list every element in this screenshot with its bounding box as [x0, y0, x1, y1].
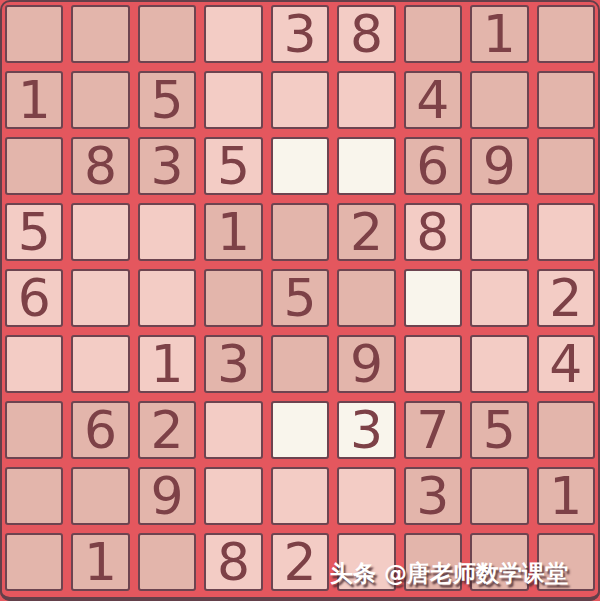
sudoku-cell-r4c9[interactable]: [537, 203, 595, 261]
sudoku-cell-r7c2[interactable]: 6: [71, 401, 129, 459]
sudoku-cell-r3c5[interactable]: [271, 137, 329, 195]
sudoku-cell-r7c7[interactable]: 7: [404, 401, 462, 459]
sudoku-cell-r3c9[interactable]: [537, 137, 595, 195]
sudoku-cell-r3c1[interactable]: [5, 137, 63, 195]
sudoku-cell-r8c9[interactable]: 1: [537, 467, 595, 525]
sudoku-cell-r4c1[interactable]: 5: [5, 203, 63, 261]
sudoku-cell-r6c6[interactable]: 9: [337, 335, 395, 393]
sudoku-cell-r3c2[interactable]: 8: [71, 137, 129, 195]
sudoku-cell-r5c1[interactable]: 6: [5, 269, 63, 327]
sudoku-cell-r9c5[interactable]: 2: [271, 533, 329, 591]
sudoku-cell-r4c7[interactable]: 8: [404, 203, 462, 261]
sudoku-cell-r2c8[interactable]: [470, 71, 528, 129]
sudoku-cell-r7c6[interactable]: 3: [337, 401, 395, 459]
sudoku-cell-r2c5[interactable]: [271, 71, 329, 129]
sudoku-cell-r9c4[interactable]: 8: [204, 533, 262, 591]
sudoku-cell-r5c4[interactable]: [204, 269, 262, 327]
sudoku-cell-r1c9[interactable]: [537, 5, 595, 63]
sudoku-cell-r4c4[interactable]: 1: [204, 203, 262, 261]
sudoku-cell-r8c3[interactable]: 9: [138, 467, 196, 525]
sudoku-cell-r6c7[interactable]: [404, 335, 462, 393]
sudoku-cell-r1c2[interactable]: [71, 5, 129, 63]
sudoku-cell-r5c5[interactable]: 5: [271, 269, 329, 327]
sudoku-cell-r2c3[interactable]: 5: [138, 71, 196, 129]
sudoku-cell-r6c1[interactable]: [5, 335, 63, 393]
sudoku-cell-r7c9[interactable]: [537, 401, 595, 459]
sudoku-cell-r8c2[interactable]: [71, 467, 129, 525]
sudoku-cell-r6c9[interactable]: 4: [537, 335, 595, 393]
sudoku-cell-r6c2[interactable]: [71, 335, 129, 393]
sudoku-cell-r1c1[interactable]: [5, 5, 63, 63]
sudoku-cell-r9c9[interactable]: [537, 533, 595, 591]
sudoku-cell-r1c6[interactable]: 8: [337, 5, 395, 63]
sudoku-cell-r1c4[interactable]: [204, 5, 262, 63]
sudoku-cell-r8c6[interactable]: [337, 467, 395, 525]
sudoku-cell-r5c8[interactable]: [470, 269, 528, 327]
sudoku-cell-r4c2[interactable]: [71, 203, 129, 261]
sudoku-cell-r8c1[interactable]: [5, 467, 63, 525]
sudoku-cell-r9c7[interactable]: [404, 533, 462, 591]
sudoku-cell-r7c4[interactable]: [204, 401, 262, 459]
sudoku-cell-r3c8[interactable]: 9: [470, 137, 528, 195]
sudoku-cell-r6c4[interactable]: 3: [204, 335, 262, 393]
sudoku-cell-r2c6[interactable]: [337, 71, 395, 129]
sudoku-cell-r9c3[interactable]: [138, 533, 196, 591]
sudoku-cell-r5c7[interactable]: [404, 269, 462, 327]
sudoku-cell-r9c1[interactable]: [5, 533, 63, 591]
sudoku-cell-r6c8[interactable]: [470, 335, 528, 393]
sudoku-cell-r2c4[interactable]: [204, 71, 262, 129]
sudoku-cell-r1c5[interactable]: 3: [271, 5, 329, 63]
sudoku-cell-r1c8[interactable]: 1: [470, 5, 528, 63]
sudoku-cell-r1c3[interactable]: [138, 5, 196, 63]
sudoku-cell-r7c1[interactable]: [5, 401, 63, 459]
sudoku-cell-r8c4[interactable]: [204, 467, 262, 525]
sudoku-cell-r4c5[interactable]: [271, 203, 329, 261]
sudoku-cell-r1c7[interactable]: [404, 5, 462, 63]
sudoku-cell-r9c2[interactable]: 1: [71, 533, 129, 591]
sudoku-cell-r3c7[interactable]: 6: [404, 137, 462, 195]
sudoku-cell-r3c4[interactable]: 5: [204, 137, 262, 195]
sudoku-cell-r4c3[interactable]: [138, 203, 196, 261]
sudoku-board: 381154835695128652139462375931182 头条@唐老师…: [0, 0, 600, 601]
sudoku-cell-r4c8[interactable]: [470, 203, 528, 261]
sudoku-cell-r2c1[interactable]: 1: [5, 71, 63, 129]
sudoku-grid: 381154835695128652139462375931182: [5, 5, 595, 591]
sudoku-cell-r2c7[interactable]: 4: [404, 71, 462, 129]
sudoku-cell-r2c2[interactable]: [71, 71, 129, 129]
sudoku-cell-r5c3[interactable]: [138, 269, 196, 327]
sudoku-cell-r4c6[interactable]: 2: [337, 203, 395, 261]
sudoku-cell-r9c8[interactable]: [470, 533, 528, 591]
sudoku-cell-r2c9[interactable]: [537, 71, 595, 129]
sudoku-cell-r3c6[interactable]: [337, 137, 395, 195]
sudoku-cell-r7c3[interactable]: 2: [138, 401, 196, 459]
sudoku-cell-r8c8[interactable]: [470, 467, 528, 525]
sudoku-cell-r7c5[interactable]: [271, 401, 329, 459]
sudoku-cell-r9c6[interactable]: [337, 533, 395, 591]
sudoku-cell-r8c5[interactable]: [271, 467, 329, 525]
sudoku-cell-r8c7[interactable]: 3: [404, 467, 462, 525]
sudoku-cell-r5c6[interactable]: [337, 269, 395, 327]
sudoku-cell-r5c9[interactable]: 2: [537, 269, 595, 327]
sudoku-cell-r6c3[interactable]: 1: [138, 335, 196, 393]
sudoku-cell-r6c5[interactable]: [271, 335, 329, 393]
sudoku-cell-r7c8[interactable]: 5: [470, 401, 528, 459]
sudoku-cell-r3c3[interactable]: 3: [138, 137, 196, 195]
sudoku-cell-r5c2[interactable]: [71, 269, 129, 327]
